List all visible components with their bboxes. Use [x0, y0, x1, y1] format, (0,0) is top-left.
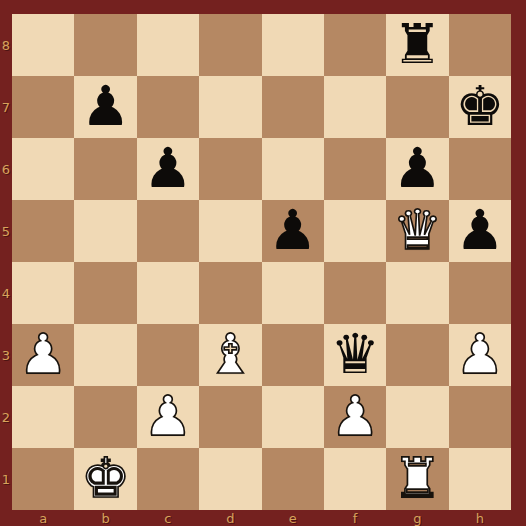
file-label-f: f — [324, 510, 386, 526]
rank-label-2: 2 — [0, 386, 12, 448]
square-a4[interactable] — [12, 262, 74, 324]
piece-black-rook-g8[interactable]: ♜ — [393, 17, 442, 72]
chess-board-frame: 87654321 ♜♟♚♟♟♟♛♟♟♝♛♟♟♟♚♜ abcdefgh — [0, 0, 526, 526]
square-h4[interactable] — [449, 262, 511, 324]
square-g1[interactable]: ♜ — [386, 448, 448, 510]
square-b7[interactable]: ♟ — [74, 76, 136, 138]
piece-white-queen-g5[interactable]: ♛ — [393, 203, 442, 258]
square-c3[interactable] — [137, 324, 199, 386]
file-label-a: a — [12, 510, 74, 526]
square-c4[interactable] — [137, 262, 199, 324]
file-label-c: c — [137, 510, 199, 526]
square-f8[interactable] — [324, 14, 386, 76]
square-h5[interactable]: ♟ — [449, 200, 511, 262]
square-h2[interactable] — [449, 386, 511, 448]
piece-white-bishop-d3[interactable]: ♝ — [206, 327, 255, 382]
file-label-d: d — [199, 510, 261, 526]
rank-label-1: 1 — [0, 448, 12, 510]
rank-label-8: 8 — [0, 14, 12, 76]
rank-label-4: 4 — [0, 262, 12, 324]
piece-black-pawn-e5[interactable]: ♟ — [268, 203, 317, 258]
square-g8[interactable]: ♜ — [386, 14, 448, 76]
rank-labels: 87654321 — [0, 14, 12, 510]
square-e2[interactable] — [262, 386, 324, 448]
square-e7[interactable] — [262, 76, 324, 138]
piece-white-pawn-c2[interactable]: ♟ — [143, 389, 192, 444]
file-label-h: h — [449, 510, 511, 526]
square-e6[interactable] — [262, 138, 324, 200]
square-d8[interactable] — [199, 14, 261, 76]
square-c5[interactable] — [137, 200, 199, 262]
piece-white-pawn-h3[interactable]: ♟ — [455, 327, 504, 382]
square-a6[interactable] — [12, 138, 74, 200]
square-f6[interactable] — [324, 138, 386, 200]
piece-black-pawn-h5[interactable]: ♟ — [455, 203, 504, 258]
piece-black-pawn-c6[interactable]: ♟ — [143, 141, 192, 196]
rank-label-3: 3 — [0, 324, 12, 386]
square-a7[interactable] — [12, 76, 74, 138]
square-h1[interactable] — [449, 448, 511, 510]
square-h7[interactable]: ♚ — [449, 76, 511, 138]
square-d7[interactable] — [199, 76, 261, 138]
square-b2[interactable] — [74, 386, 136, 448]
piece-white-king-b1[interactable]: ♚ — [81, 451, 130, 506]
square-h3[interactable]: ♟ — [449, 324, 511, 386]
square-b5[interactable] — [74, 200, 136, 262]
square-h8[interactable] — [449, 14, 511, 76]
square-g4[interactable] — [386, 262, 448, 324]
square-e5[interactable]: ♟ — [262, 200, 324, 262]
rank-label-7: 7 — [0, 76, 12, 138]
file-labels: abcdefgh — [12, 510, 511, 526]
square-e8[interactable] — [262, 14, 324, 76]
square-f7[interactable] — [324, 76, 386, 138]
square-f2[interactable]: ♟ — [324, 386, 386, 448]
square-f4[interactable] — [324, 262, 386, 324]
square-g7[interactable] — [386, 76, 448, 138]
rank-label-6: 6 — [0, 138, 12, 200]
file-label-g: g — [386, 510, 448, 526]
rank-label-5: 5 — [0, 200, 12, 262]
square-c6[interactable]: ♟ — [137, 138, 199, 200]
square-b1[interactable]: ♚ — [74, 448, 136, 510]
square-g5[interactable]: ♛ — [386, 200, 448, 262]
square-a1[interactable] — [12, 448, 74, 510]
square-b4[interactable] — [74, 262, 136, 324]
square-c7[interactable] — [137, 76, 199, 138]
piece-black-pawn-b7[interactable]: ♟ — [81, 79, 130, 134]
square-e1[interactable] — [262, 448, 324, 510]
square-a3[interactable]: ♟ — [12, 324, 74, 386]
square-c2[interactable]: ♟ — [137, 386, 199, 448]
square-d4[interactable] — [199, 262, 261, 324]
file-label-e: e — [262, 510, 324, 526]
square-g6[interactable]: ♟ — [386, 138, 448, 200]
square-f5[interactable] — [324, 200, 386, 262]
piece-white-pawn-a3[interactable]: ♟ — [19, 327, 68, 382]
square-d1[interactable] — [199, 448, 261, 510]
square-c1[interactable] — [137, 448, 199, 510]
file-label-b: b — [74, 510, 136, 526]
piece-white-pawn-f2[interactable]: ♟ — [330, 389, 379, 444]
chess-board: ♜♟♚♟♟♟♛♟♟♝♛♟♟♟♚♜ — [12, 14, 511, 510]
piece-black-king-h7[interactable]: ♚ — [455, 79, 504, 134]
square-a2[interactable] — [12, 386, 74, 448]
square-h6[interactable] — [449, 138, 511, 200]
square-b8[interactable] — [74, 14, 136, 76]
square-d6[interactable] — [199, 138, 261, 200]
piece-white-rook-g1[interactable]: ♜ — [393, 451, 442, 506]
square-f3[interactable]: ♛ — [324, 324, 386, 386]
square-a5[interactable] — [12, 200, 74, 262]
square-g2[interactable] — [386, 386, 448, 448]
square-d5[interactable] — [199, 200, 261, 262]
square-b6[interactable] — [74, 138, 136, 200]
square-a8[interactable] — [12, 14, 74, 76]
square-f1[interactable] — [324, 448, 386, 510]
square-e3[interactable] — [262, 324, 324, 386]
square-e4[interactable] — [262, 262, 324, 324]
piece-black-queen-f3[interactable]: ♛ — [330, 327, 379, 382]
piece-black-pawn-g6[interactable]: ♟ — [393, 141, 442, 196]
square-b3[interactable] — [74, 324, 136, 386]
square-g3[interactable] — [386, 324, 448, 386]
square-d2[interactable] — [199, 386, 261, 448]
square-c8[interactable] — [137, 14, 199, 76]
square-d3[interactable]: ♝ — [199, 324, 261, 386]
